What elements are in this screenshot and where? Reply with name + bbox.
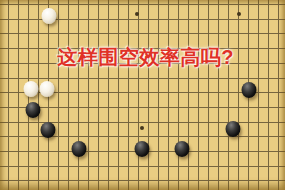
grid-line-horizontal — [0, 48, 285, 49]
grid-line-vertical — [108, 0, 109, 190]
grid-line-vertical — [128, 0, 129, 190]
grid-line-horizontal — [0, 4, 285, 5]
grid-line-vertical — [18, 0, 19, 190]
grid-line-vertical — [218, 0, 219, 190]
grid-line-vertical — [88, 0, 89, 190]
grid-line-vertical — [158, 0, 159, 190]
star-point — [140, 126, 144, 130]
stone-white[interactable] — [41, 8, 56, 24]
grid-line-horizontal — [0, 63, 285, 64]
grid-line-vertical — [208, 0, 209, 190]
grid-line-horizontal — [0, 136, 285, 137]
grid-line-vertical — [98, 0, 99, 190]
stone-black[interactable] — [174, 141, 189, 157]
grid-line-vertical — [188, 0, 189, 190]
grid-line-vertical — [58, 0, 59, 190]
star-point — [237, 12, 241, 16]
grid-line-vertical — [198, 0, 199, 190]
grid-line-horizontal — [0, 166, 285, 167]
grid-line-vertical — [118, 0, 119, 190]
stone-white[interactable] — [39, 81, 54, 97]
star-point — [135, 12, 139, 16]
grid-line-vertical — [68, 0, 69, 190]
grid-line-horizontal — [0, 107, 285, 108]
grid-line-vertical — [278, 0, 279, 190]
stone-black[interactable] — [72, 141, 87, 157]
grid-line-vertical — [268, 0, 269, 190]
grid-line-horizontal — [0, 78, 285, 79]
grid-line-vertical — [148, 0, 149, 190]
grid-line-vertical — [78, 0, 79, 190]
grid-line-vertical — [38, 0, 39, 190]
stone-black[interactable] — [226, 121, 241, 137]
grid-line-vertical — [138, 0, 139, 190]
grid-line-vertical — [178, 0, 179, 190]
grid-line-vertical — [8, 0, 9, 190]
grid-line-horizontal — [0, 180, 285, 181]
stone-black[interactable] — [241, 82, 256, 98]
stone-black[interactable] — [134, 141, 149, 157]
stone-black[interactable] — [26, 102, 41, 118]
stone-black[interactable] — [41, 122, 56, 138]
grid-line-vertical — [238, 0, 239, 190]
grid-line-horizontal — [0, 33, 285, 34]
stone-white[interactable] — [24, 81, 39, 97]
grid-line-vertical — [168, 0, 169, 190]
grid-line-vertical — [228, 0, 229, 190]
grid-line-vertical — [258, 0, 259, 190]
go-board[interactable]: 这样围空效率高吗? — [0, 0, 285, 190]
